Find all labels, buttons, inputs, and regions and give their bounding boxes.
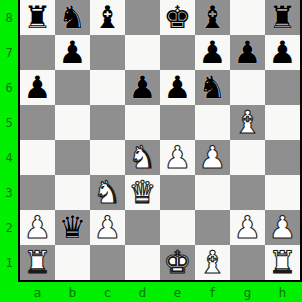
chess-board[interactable]: ♜♞♝♚♝♜♟♟♟♟♟♟♟♞♝♞♟♟♞♛♟♛♟♟♟♜♚♝♜: [18, 0, 302, 282]
square-h5[interactable]: [265, 105, 300, 140]
square-h4[interactable]: [265, 140, 300, 175]
black-pawn-h7: ♟: [269, 35, 297, 70]
square-a5[interactable]: [20, 105, 55, 140]
square-a3[interactable]: [20, 175, 55, 210]
square-b7[interactable]: ♟: [55, 35, 90, 70]
white-pawn-g2: ♟: [234, 210, 262, 245]
square-b3[interactable]: [55, 175, 90, 210]
square-f5[interactable]: [195, 105, 230, 140]
rank-label-3: 3: [0, 175, 18, 210]
white-rook-h1: ♜: [269, 245, 297, 280]
white-knight-c3: ♞: [94, 175, 122, 210]
white-queen-d3: ♛: [129, 175, 157, 210]
square-b8[interactable]: ♞: [55, 0, 90, 35]
file-labels: abcdefgh: [20, 282, 300, 302]
black-bishop-c8: ♝: [94, 0, 122, 35]
square-b6[interactable]: [55, 70, 90, 105]
rank-label-4: 4: [0, 140, 18, 175]
square-h1[interactable]: ♜: [265, 245, 300, 280]
square-d7[interactable]: [125, 35, 160, 70]
square-a1[interactable]: ♜: [20, 245, 55, 280]
square-c2[interactable]: ♟: [90, 210, 125, 245]
black-knight-f6: ♞: [199, 70, 227, 105]
chess-diagram: 87654321 ♜♞♝♚♝♜♟♟♟♟♟♟♟♞♝♞♟♟♞♛♟♛♟♟♟♜♚♝♜ a…: [0, 0, 302, 302]
rank-label-6: 6: [0, 70, 18, 105]
square-d2[interactable]: [125, 210, 160, 245]
square-e8[interactable]: ♚: [160, 0, 195, 35]
square-b5[interactable]: [55, 105, 90, 140]
square-d3[interactable]: ♛: [125, 175, 160, 210]
file-label-d: d: [125, 282, 160, 302]
square-c1[interactable]: [90, 245, 125, 280]
square-b4[interactable]: [55, 140, 90, 175]
black-queen-b2: ♛: [59, 210, 87, 245]
rank-label-5: 5: [0, 105, 18, 140]
square-c7[interactable]: [90, 35, 125, 70]
square-e5[interactable]: [160, 105, 195, 140]
white-pawn-h2: ♟: [269, 210, 297, 245]
square-g4[interactable]: [230, 140, 265, 175]
square-f2[interactable]: [195, 210, 230, 245]
white-bishop-f1: ♝: [199, 245, 227, 280]
file-label-a: a: [20, 282, 55, 302]
rank-label-7: 7: [0, 35, 18, 70]
square-a7[interactable]: [20, 35, 55, 70]
square-d1[interactable]: [125, 245, 160, 280]
square-h3[interactable]: [265, 175, 300, 210]
square-g7[interactable]: ♟: [230, 35, 265, 70]
file-label-b: b: [55, 282, 90, 302]
square-a2[interactable]: ♟: [20, 210, 55, 245]
file-label-h: h: [265, 282, 300, 302]
square-e3[interactable]: [160, 175, 195, 210]
rank-label-1: 1: [0, 245, 18, 280]
square-b1[interactable]: [55, 245, 90, 280]
square-f1[interactable]: ♝: [195, 245, 230, 280]
square-c4[interactable]: [90, 140, 125, 175]
square-d4[interactable]: ♞: [125, 140, 160, 175]
square-d6[interactable]: ♟: [125, 70, 160, 105]
square-h6[interactable]: [265, 70, 300, 105]
square-e4[interactable]: ♟: [160, 140, 195, 175]
square-h8[interactable]: ♜: [265, 0, 300, 35]
square-c8[interactable]: ♝: [90, 0, 125, 35]
square-e2[interactable]: [160, 210, 195, 245]
file-label-f: f: [195, 282, 230, 302]
square-b2[interactable]: ♛: [55, 210, 90, 245]
black-pawn-b7: ♟: [59, 35, 87, 70]
white-pawn-c2: ♟: [94, 210, 122, 245]
black-rook-a8: ♜: [24, 0, 52, 35]
white-knight-d4: ♞: [129, 140, 157, 175]
square-e6[interactable]: ♟: [160, 70, 195, 105]
square-f6[interactable]: ♞: [195, 70, 230, 105]
black-pawn-f7: ♟: [199, 35, 227, 70]
black-pawn-d6: ♟: [129, 70, 157, 105]
square-a4[interactable]: [20, 140, 55, 175]
black-pawn-g7: ♟: [234, 35, 262, 70]
square-f4[interactable]: ♟: [195, 140, 230, 175]
file-label-e: e: [160, 282, 195, 302]
square-g5[interactable]: ♝: [230, 105, 265, 140]
square-f3[interactable]: [195, 175, 230, 210]
white-bishop-g5: ♝: [234, 105, 262, 140]
black-knight-b8: ♞: [59, 0, 87, 35]
black-bishop-f8: ♝: [199, 0, 227, 35]
black-pawn-e6: ♟: [164, 70, 192, 105]
white-pawn-f4: ♟: [199, 140, 227, 175]
black-pawn-a6: ♟: [24, 70, 52, 105]
square-g2[interactable]: ♟: [230, 210, 265, 245]
file-label-g: g: [230, 282, 265, 302]
black-king-e8: ♚: [164, 0, 192, 35]
square-e1[interactable]: ♚: [160, 245, 195, 280]
square-a6[interactable]: ♟: [20, 70, 55, 105]
white-pawn-a2: ♟: [24, 210, 52, 245]
white-pawn-e4: ♟: [164, 140, 192, 175]
square-g8[interactable]: [230, 0, 265, 35]
square-e7[interactable]: [160, 35, 195, 70]
white-king-e1: ♚: [164, 245, 192, 280]
square-h7[interactable]: ♟: [265, 35, 300, 70]
square-c3[interactable]: ♞: [90, 175, 125, 210]
square-c5[interactable]: [90, 105, 125, 140]
square-h2[interactable]: ♟: [265, 210, 300, 245]
file-label-c: c: [90, 282, 125, 302]
square-g6[interactable]: [230, 70, 265, 105]
square-f7[interactable]: ♟: [195, 35, 230, 70]
square-a8[interactable]: ♜: [20, 0, 55, 35]
square-c6[interactable]: [90, 70, 125, 105]
rank-label-8: 8: [0, 0, 18, 35]
black-rook-h8: ♜: [269, 0, 297, 35]
square-g1[interactable]: [230, 245, 265, 280]
square-d8[interactable]: [125, 0, 160, 35]
square-f8[interactable]: ♝: [195, 0, 230, 35]
square-d5[interactable]: [125, 105, 160, 140]
rank-labels: 87654321: [0, 0, 18, 280]
square-g3[interactable]: [230, 175, 265, 210]
white-rook-a1: ♜: [24, 245, 52, 280]
rank-label-2: 2: [0, 210, 18, 245]
